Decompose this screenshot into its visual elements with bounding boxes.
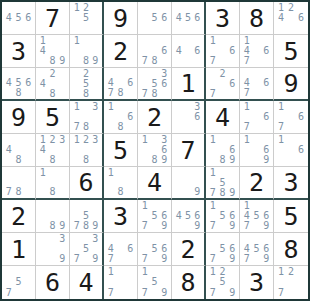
- candidate-grid: 56: [138, 2, 171, 34]
- candidate-digit-3: 3: [91, 102, 100, 112]
- cell-r4c3[interactable]: 1378: [70, 101, 104, 134]
- candidate-digit-6: [23, 178, 33, 188]
- candidate-digit-3: [57, 36, 67, 46]
- candidate-digit-5: 5: [218, 277, 228, 287]
- cell-r9c7[interactable]: 12579: [206, 266, 240, 299]
- candidate-digit-7: 7: [4, 288, 14, 298]
- candidate-digit-7: 7: [208, 188, 218, 198]
- candidate-digit-8: 8: [48, 155, 58, 165]
- cell-r2c9[interactable]: 5: [274, 35, 308, 68]
- cell-r1c8[interactable]: 8: [240, 2, 274, 35]
- candidate-grid: 4678: [104, 68, 137, 99]
- cell-r6c3[interactable]: 6: [70, 167, 104, 200]
- cell-r9c6[interactable]: 8: [172, 266, 206, 299]
- candidate-grid: 145679: [240, 200, 273, 232]
- candidate-digit-9: [23, 187, 33, 197]
- candidate-digit-5: [286, 145, 296, 155]
- candidate-digit-1: 1: [140, 201, 150, 211]
- candidate-digit-1: [208, 234, 218, 244]
- cell-r7c5[interactable]: 15679: [138, 200, 172, 233]
- cell-r2c1[interactable]: 3: [2, 35, 36, 68]
- solved-digit: 3: [215, 6, 230, 31]
- candidate-digit-2: 2: [218, 69, 228, 79]
- cell-r8c7[interactable]: 5679: [206, 233, 240, 266]
- solved-digit: 5: [283, 204, 298, 229]
- cell-r5c7[interactable]: 1689: [206, 134, 240, 167]
- candidate-digit-2: [81, 102, 90, 112]
- candidate-digit-3: [159, 267, 169, 277]
- candidate-digit-2: 2: [48, 135, 58, 145]
- candidate-digit-9: 9: [261, 254, 271, 264]
- cell-r6c6[interactable]: 9: [172, 167, 206, 200]
- candidate-digit-1: [72, 201, 81, 211]
- candidate-grid: 15679: [138, 200, 171, 232]
- candidate-digit-3: [125, 267, 135, 277]
- candidate-digit-7: [72, 155, 81, 165]
- candidate-digit-8: [286, 23, 296, 33]
- candidate-digit-8: 8: [48, 89, 58, 99]
- candidate-digit-2: [218, 135, 228, 145]
- candidate-digit-4: 4: [174, 46, 183, 56]
- candidate-digit-9: 9: [261, 155, 271, 165]
- candidate-digit-5: [183, 112, 192, 122]
- cell-r8c5[interactable]: 5679: [138, 233, 172, 266]
- cell-r4c6[interactable]: 36: [172, 101, 206, 134]
- cell-r2c5[interactable]: 678: [138, 35, 172, 68]
- candidate-digit-6: [91, 79, 100, 89]
- candidate-digit-8: [218, 288, 228, 298]
- cell-r7c1[interactable]: 2: [2, 200, 36, 233]
- cell-r1c4[interactable]: 9: [104, 2, 138, 35]
- candidate-grid: 15789: [206, 167, 239, 198]
- cell-r7c7[interactable]: 15679: [206, 200, 240, 233]
- candidate-digit-1: 1: [72, 102, 81, 112]
- candidate-grid: 1378: [70, 101, 102, 133]
- cell-r4c1[interactable]: 9: [2, 101, 36, 134]
- candidate-digit-5: [116, 244, 126, 254]
- candidate-digit-8: [150, 221, 160, 231]
- candidate-digit-2: [48, 201, 58, 211]
- candidate-digit-8: [218, 56, 228, 66]
- candidate-digit-5: [286, 277, 296, 287]
- candidate-digit-4: [72, 79, 81, 89]
- cell-r3c9[interactable]: 9: [274, 68, 308, 101]
- candidate-digit-2: 2: [81, 135, 90, 145]
- cell-r6c2[interactable]: 18: [36, 167, 70, 200]
- candidate-digit-2: [48, 36, 58, 46]
- candidate-digit-5: 5: [150, 13, 160, 23]
- candidate-grid: 167: [274, 101, 308, 133]
- candidate-digit-9: [23, 23, 33, 33]
- candidate-digit-6: [91, 112, 100, 122]
- candidate-digit-1: 1: [140, 267, 150, 277]
- candidate-digit-7: 7: [72, 254, 81, 264]
- candidate-digit-9: [193, 56, 202, 66]
- cell-r6c5[interactable]: 4: [138, 167, 172, 200]
- candidate-digit-7: [174, 187, 183, 197]
- candidate-digit-1: 1: [208, 201, 218, 211]
- cell-r5c3[interactable]: 1238: [70, 134, 104, 167]
- candidate-digit-8: [286, 122, 296, 132]
- cell-r8c2[interactable]: 39: [36, 233, 70, 266]
- candidate-digit-9: [261, 122, 271, 132]
- candidate-digit-8: 8: [81, 155, 90, 165]
- candidate-digit-7: [276, 155, 286, 165]
- cell-r2c6[interactable]: 46: [172, 35, 206, 68]
- cell-r3c2[interactable]: 248: [36, 68, 70, 101]
- candidate-digit-3: [91, 3, 100, 13]
- candidate-grid: 5679: [138, 233, 171, 265]
- candidate-digit-6: 6: [296, 13, 306, 23]
- candidate-digit-6: [125, 178, 135, 187]
- candidate-digit-8: 8: [150, 56, 160, 66]
- candidate-digit-2: [218, 36, 228, 46]
- candidate-digit-8: [252, 88, 262, 98]
- candidate-digit-8: 8: [150, 155, 160, 165]
- cell-r3c6[interactable]: 1: [172, 68, 206, 101]
- candidate-grid: 167: [206, 35, 239, 67]
- candidate-grid: 4569: [172, 200, 204, 232]
- cell-r9c4[interactable]: 17: [104, 266, 138, 299]
- cell-r4c9[interactable]: 167: [274, 101, 308, 134]
- cell-r9c3[interactable]: 4: [70, 266, 104, 299]
- candidate-digit-5: 5: [14, 13, 24, 23]
- candidate-digit-9: 9: [159, 288, 169, 298]
- cell-r8c1[interactable]: 1: [2, 233, 36, 266]
- cell-r8c9[interactable]: 8: [274, 233, 308, 266]
- cell-r3c5[interactable]: 35678: [138, 68, 172, 101]
- candidate-digit-5: 5: [183, 211, 192, 221]
- candidate-digit-4: [72, 13, 81, 23]
- candidate-digit-6: [296, 277, 306, 287]
- cell-r7c9[interactable]: 5: [274, 200, 308, 233]
- candidate-digit-7: 7: [140, 254, 150, 264]
- cell-r8c8[interactable]: 45679: [240, 233, 274, 266]
- solved-digit: 5: [113, 138, 128, 163]
- cell-r7c3[interactable]: 5789: [70, 200, 104, 233]
- solved-digit: 8: [283, 237, 298, 262]
- cell-r8c3[interactable]: 3579: [70, 233, 104, 266]
- candidate-digit-9: [125, 254, 135, 264]
- cell-r4c5[interactable]: 2: [138, 101, 172, 134]
- solved-digit: 3: [113, 204, 128, 229]
- candidate-grid: 1579: [138, 266, 171, 299]
- candidate-digit-5: [48, 244, 58, 254]
- candidate-digit-6: 6: [227, 79, 237, 89]
- candidate-digit-7: 7: [140, 89, 150, 99]
- candidate-digit-1: [38, 234, 48, 244]
- candidate-digit-7: 7: [276, 288, 286, 298]
- candidate-digit-9: 9: [57, 56, 67, 66]
- candidate-grid: 4568: [2, 68, 35, 99]
- cell-r9c1[interactable]: 57: [2, 266, 36, 299]
- candidate-digit-1: [4, 168, 14, 178]
- candidate-digit-4: [242, 145, 252, 155]
- candidate-digit-1: 1: [106, 102, 116, 112]
- cell-r5c2[interactable]: 12348: [36, 134, 70, 167]
- candidate-grid: 167: [240, 101, 273, 133]
- candidate-digit-8: 8: [81, 56, 90, 66]
- candidate-digit-2: [252, 69, 262, 78]
- cell-r6c4[interactable]: 18: [104, 167, 138, 200]
- candidate-digit-2: [116, 69, 126, 78]
- candidate-digit-4: [276, 145, 286, 155]
- cell-r6c9[interactable]: 3: [274, 167, 308, 200]
- candidate-grid: 3579: [70, 233, 102, 265]
- solved-digit: 6: [78, 170, 93, 195]
- candidate-digit-7: [38, 155, 48, 165]
- candidate-digit-7: [106, 122, 116, 132]
- candidate-digit-7: [38, 221, 48, 231]
- candidate-digit-8: 8: [81, 221, 90, 231]
- candidate-digit-1: 1: [140, 135, 150, 145]
- candidate-grid: 127: [274, 266, 308, 299]
- candidate-digit-4: [38, 244, 48, 254]
- candidate-digit-6: 6: [193, 46, 202, 56]
- candidate-digit-7: 7: [106, 88, 116, 98]
- cell-r5c4[interactable]: 5: [104, 134, 138, 167]
- cell-r3c4[interactable]: 4678: [104, 68, 138, 101]
- candidate-digit-9: 9: [159, 155, 169, 165]
- cell-r2c2[interactable]: 1489: [36, 35, 70, 68]
- candidate-digit-6: 6: [261, 112, 271, 122]
- candidate-digit-2: [183, 102, 192, 112]
- candidate-digit-2: 2: [286, 3, 296, 13]
- cell-r7c2[interactable]: 89: [36, 200, 70, 233]
- candidate-grid: 13689: [138, 134, 171, 166]
- candidate-grid: 456: [2, 2, 35, 34]
- candidate-digit-4: [72, 145, 81, 155]
- candidate-digit-6: [57, 145, 67, 155]
- cell-r1c1[interactable]: 456: [2, 2, 36, 35]
- cell-r9c8[interactable]: 3: [240, 266, 274, 299]
- candidate-digit-7: [4, 23, 14, 33]
- candidate-digit-1: [140, 69, 150, 79]
- candidate-digit-6: [125, 277, 135, 287]
- candidate-digit-2: [150, 36, 160, 46]
- candidate-digit-2: [116, 234, 126, 244]
- cell-r6c1[interactable]: 78: [2, 167, 36, 200]
- candidate-digit-7: 7: [140, 221, 150, 231]
- candidate-digit-3: [23, 135, 33, 145]
- candidate-digit-4: 4: [4, 78, 14, 88]
- candidate-digit-7: [140, 23, 150, 33]
- candidate-digit-8: [183, 23, 192, 33]
- solved-digit: 7: [45, 6, 60, 31]
- cell-r2c8[interactable]: 1467: [240, 35, 274, 68]
- cell-r6c7[interactable]: 15789: [206, 167, 240, 200]
- candidate-digit-1: 1: [208, 168, 218, 178]
- cell-r1c9[interactable]: 1246: [274, 2, 308, 35]
- candidate-digit-2: [14, 135, 24, 145]
- cell-r5c6[interactable]: 7: [172, 134, 206, 167]
- cell-r2c4[interactable]: 2: [104, 35, 138, 68]
- cell-r2c7[interactable]: 167: [206, 35, 240, 68]
- cell-r9c2[interactable]: 6: [36, 266, 70, 299]
- candidate-digit-6: 6: [159, 79, 169, 89]
- candidate-digit-5: 5: [14, 277, 24, 287]
- candidate-grid: 48: [2, 134, 35, 166]
- candidate-digit-1: 1: [72, 36, 81, 46]
- candidate-digit-2: [150, 135, 160, 145]
- cell-r7c6[interactable]: 4569: [172, 200, 206, 233]
- cell-r2c3[interactable]: 189: [70, 35, 104, 68]
- candidate-digit-1: [72, 234, 81, 244]
- candidate-digit-5: [183, 178, 192, 188]
- candidate-digit-4: 4: [174, 13, 183, 23]
- solved-digit: 3: [283, 170, 298, 195]
- candidate-digit-2: [252, 36, 262, 46]
- cell-r4c4[interactable]: 168: [104, 101, 138, 134]
- cell-r4c7[interactable]: 4: [206, 101, 240, 134]
- cell-r5c8[interactable]: 169: [240, 134, 274, 167]
- candidate-digit-9: 9: [57, 221, 67, 231]
- candidate-digit-9: [125, 122, 135, 132]
- cell-r1c5[interactable]: 56: [138, 2, 172, 35]
- candidate-grid: 18: [104, 167, 137, 198]
- candidate-digit-8: [150, 23, 160, 33]
- cell-r5c1[interactable]: 48: [2, 134, 36, 167]
- candidate-digit-8: 8: [14, 155, 24, 165]
- candidate-digit-4: [140, 145, 150, 155]
- cell-r1c7[interactable]: 3: [206, 2, 240, 35]
- candidate-digit-3: [23, 168, 33, 178]
- cell-r8c4[interactable]: 467: [104, 233, 138, 266]
- cell-r4c2[interactable]: 5: [36, 101, 70, 134]
- candidate-grid: 678: [138, 35, 171, 67]
- candidate-digit-9: 9: [227, 221, 237, 231]
- candidate-digit-8: 8: [81, 89, 90, 99]
- solved-digit: 4: [147, 170, 162, 195]
- candidate-digit-8: [150, 254, 160, 264]
- cell-r7c4[interactable]: 3: [104, 200, 138, 233]
- candidate-grid: 18: [36, 167, 69, 198]
- candidate-digit-9: 9: [91, 254, 100, 264]
- candidate-digit-5: [218, 79, 228, 89]
- candidate-digit-1: [140, 3, 150, 13]
- candidate-digit-4: [140, 13, 150, 23]
- candidate-digit-4: 4: [38, 145, 48, 155]
- solved-digit: 1: [11, 237, 26, 262]
- candidate-grid: 456: [172, 2, 204, 34]
- candidate-digit-8: [183, 187, 192, 197]
- candidate-digit-4: [72, 46, 81, 56]
- cell-r7c8[interactable]: 145679: [240, 200, 274, 233]
- candidate-digit-8: [116, 288, 126, 298]
- candidate-grid: 35678: [138, 68, 171, 99]
- cell-r9c5[interactable]: 1579: [138, 266, 172, 299]
- candidate-digit-6: [57, 178, 67, 187]
- candidate-digit-9: 9: [261, 221, 271, 231]
- cell-r4c8[interactable]: 167: [240, 101, 274, 134]
- candidate-digit-1: 1: [72, 135, 81, 145]
- candidate-digit-7: 7: [242, 88, 252, 98]
- candidate-digit-8: 8: [14, 187, 24, 197]
- candidate-digit-9: [193, 122, 202, 132]
- candidate-digit-8: 8: [150, 89, 160, 99]
- candidate-grid: 467: [240, 68, 273, 99]
- candidate-digit-8: [218, 254, 228, 264]
- cell-r6c8[interactable]: 2: [240, 167, 274, 200]
- candidate-digit-3: 3: [57, 234, 67, 244]
- candidate-digit-1: 1: [276, 135, 286, 145]
- candidate-digit-1: 1: [208, 36, 218, 46]
- candidate-digit-2: [116, 267, 126, 277]
- candidate-digit-8: [252, 221, 262, 231]
- candidate-digit-7: [208, 155, 218, 165]
- candidate-digit-8: [116, 254, 126, 264]
- candidate-digit-8: [183, 56, 192, 66]
- candidate-digit-4: 4: [4, 13, 14, 23]
- cell-r8c6[interactable]: 2: [172, 233, 206, 266]
- candidate-grid: 39: [36, 233, 69, 265]
- cell-r3c7[interactable]: 267: [206, 68, 240, 101]
- candidate-digit-7: [106, 187, 116, 197]
- candidate-digit-8: [81, 254, 90, 264]
- cell-r5c5[interactable]: 13689: [138, 134, 172, 167]
- candidate-digit-9: [159, 89, 169, 99]
- cell-r1c2[interactable]: 7: [36, 2, 70, 35]
- candidate-digit-5: [286, 13, 296, 23]
- cell-r9c9[interactable]: 127: [274, 266, 308, 299]
- candidate-digit-6: [23, 145, 33, 155]
- cell-r1c3[interactable]: 125: [70, 2, 104, 35]
- candidate-digit-7: 7: [208, 89, 218, 99]
- candidate-digit-7: [276, 23, 286, 33]
- candidate-digit-2: [48, 168, 58, 178]
- candidate-grid: 258: [70, 68, 102, 99]
- cell-r3c8[interactable]: 467: [240, 68, 274, 101]
- candidate-digit-2: 2: [48, 69, 58, 79]
- candidate-digit-9: [296, 155, 306, 165]
- cell-r1c6[interactable]: 456: [172, 2, 206, 35]
- cell-r3c1[interactable]: 4568: [2, 68, 36, 101]
- candidate-digit-2: [252, 102, 262, 112]
- candidate-digit-7: [38, 56, 48, 66]
- candidate-digit-7: 7: [208, 254, 218, 264]
- candidate-digit-9: 9: [159, 254, 169, 264]
- candidate-digit-7: [242, 155, 252, 165]
- cell-r5c9[interactable]: 16: [274, 134, 308, 167]
- candidate-digit-7: 7: [72, 221, 81, 231]
- candidate-digit-6: [91, 145, 100, 155]
- candidate-digit-3: [296, 267, 306, 277]
- cell-r3c3[interactable]: 258: [70, 68, 104, 101]
- candidate-digit-7: 7: [72, 122, 81, 132]
- candidate-digit-3: [227, 168, 237, 178]
- candidate-digit-1: 1: [242, 102, 252, 112]
- candidate-digit-1: [38, 201, 48, 211]
- candidate-digit-7: [72, 23, 81, 33]
- candidate-grid: 1246: [274, 2, 308, 34]
- candidate-digit-9: [227, 89, 237, 99]
- candidate-grid: 9: [172, 167, 204, 198]
- candidate-digit-7: [38, 254, 48, 264]
- candidate-digit-1: 1: [208, 135, 218, 145]
- candidate-digit-6: [91, 13, 100, 23]
- solved-digit: 4: [78, 270, 93, 295]
- candidate-grid: 45679: [240, 233, 273, 265]
- candidate-digit-6: 6: [261, 46, 271, 56]
- candidate-digit-3: 3: [91, 234, 100, 244]
- candidate-digit-7: [72, 89, 81, 99]
- candidate-grid: 36: [172, 101, 204, 133]
- candidate-digit-4: [38, 178, 48, 187]
- candidate-digit-4: [106, 178, 116, 187]
- candidate-digit-6: [57, 79, 67, 89]
- solved-digit: 2: [249, 170, 264, 195]
- candidate-digit-8: [14, 288, 24, 298]
